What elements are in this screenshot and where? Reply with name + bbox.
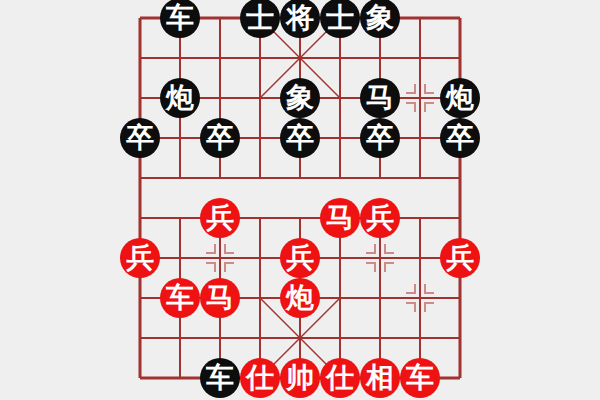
piece-black-elephant[interactable]: 象 xyxy=(280,78,320,118)
xiangqi-screenshot: 车士将士象炮象马炮卒卒卒卒卒兵马兵兵兵兵车马炮车仕帅仕相车 xyxy=(0,0,600,400)
piece-red-cannon[interactable]: 炮 xyxy=(280,278,320,318)
piece-black-soldier[interactable]: 卒 xyxy=(200,118,240,158)
piece-black-horse[interactable]: 马 xyxy=(360,78,400,118)
piece-black-general[interactable]: 将 xyxy=(280,0,320,38)
piece-red-soldier[interactable]: 兵 xyxy=(440,238,480,278)
piece-black-chariot[interactable]: 车 xyxy=(160,0,200,38)
piece-red-advisor[interactable]: 仕 xyxy=(240,358,280,398)
piece-black-soldier[interactable]: 卒 xyxy=(440,118,480,158)
piece-black-advisor[interactable]: 士 xyxy=(240,0,280,38)
piece-black-cannon[interactable]: 炮 xyxy=(440,78,480,118)
piece-red-advisor[interactable]: 仕 xyxy=(320,358,360,398)
piece-red-horse[interactable]: 马 xyxy=(320,198,360,238)
piece-red-soldier[interactable]: 兵 xyxy=(360,198,400,238)
piece-black-elephant[interactable]: 象 xyxy=(360,0,400,38)
piece-red-horse[interactable]: 马 xyxy=(200,278,240,318)
piece-red-chariot[interactable]: 车 xyxy=(400,358,440,398)
pieces-layer: 车士将士象炮象马炮卒卒卒卒卒兵马兵兵兵兵车马炮车仕帅仕相车 xyxy=(0,0,600,400)
piece-red-soldier[interactable]: 兵 xyxy=(120,238,160,278)
piece-red-soldier[interactable]: 兵 xyxy=(280,238,320,278)
piece-black-soldier[interactable]: 卒 xyxy=(360,118,400,158)
piece-black-soldier[interactable]: 卒 xyxy=(280,118,320,158)
piece-red-general[interactable]: 帅 xyxy=(280,358,320,398)
piece-red-soldier[interactable]: 兵 xyxy=(200,198,240,238)
piece-black-chariot[interactable]: 车 xyxy=(200,358,240,398)
piece-black-soldier[interactable]: 卒 xyxy=(120,118,160,158)
piece-black-cannon[interactable]: 炮 xyxy=(160,78,200,118)
piece-red-elephant[interactable]: 相 xyxy=(360,358,400,398)
piece-red-chariot[interactable]: 车 xyxy=(160,278,200,318)
piece-black-advisor[interactable]: 士 xyxy=(320,0,360,38)
